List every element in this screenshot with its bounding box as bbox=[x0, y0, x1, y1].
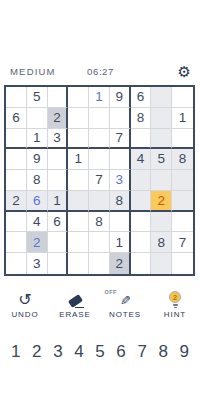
undo-icon: ↺ bbox=[18, 291, 31, 308]
top-bar: MEDIUM 06:27 ⚙ bbox=[10, 62, 191, 80]
cell-r3c9[interactable] bbox=[172, 129, 193, 150]
cell-r5c7[interactable] bbox=[131, 170, 152, 191]
notes-button[interactable]: OFF ✎ NOTES bbox=[100, 291, 150, 319]
cell-r6c2[interactable]: 6 bbox=[27, 191, 48, 212]
sudoku-app: MEDIUM 06:27 ⚙ 5196628113791458873261824… bbox=[0, 0, 200, 411]
cell-r4c1[interactable] bbox=[6, 149, 27, 170]
erase-label: ERASE bbox=[59, 310, 91, 319]
cell-r3c3[interactable]: 3 bbox=[48, 129, 69, 150]
cell-r4c7[interactable]: 4 bbox=[131, 149, 152, 170]
cell-r9c7[interactable] bbox=[131, 253, 152, 274]
cell-r8c3[interactable] bbox=[48, 232, 69, 253]
cell-r7c9[interactable] bbox=[172, 212, 193, 233]
cell-r5c6[interactable]: 3 bbox=[110, 170, 131, 191]
numpad-6[interactable]: 6 bbox=[116, 341, 125, 363]
cell-r6c8[interactable]: 2 bbox=[151, 191, 172, 212]
cell-r3c7[interactable] bbox=[131, 129, 152, 150]
cell-r8c7[interactable] bbox=[131, 232, 152, 253]
cell-r5c2[interactable]: 8 bbox=[27, 170, 48, 191]
cell-r6c7[interactable] bbox=[131, 191, 152, 212]
cell-r1c2[interactable]: 5 bbox=[27, 87, 48, 108]
cell-r5c1[interactable] bbox=[6, 170, 27, 191]
cell-r2c9[interactable]: 1 bbox=[172, 108, 193, 129]
cell-r2c7[interactable]: 8 bbox=[131, 108, 152, 129]
cell-r4c6[interactable] bbox=[110, 149, 131, 170]
eraser-icon bbox=[69, 291, 82, 308]
undo-label: UNDO bbox=[11, 310, 38, 319]
cell-r3c5[interactable] bbox=[89, 129, 110, 150]
cell-r3c6[interactable]: 7 bbox=[110, 129, 131, 150]
undo-button[interactable]: ↺ UNDO bbox=[0, 291, 50, 319]
cell-r3c8[interactable] bbox=[151, 129, 172, 150]
cell-r4c3[interactable] bbox=[48, 149, 69, 170]
notes-label: NOTES bbox=[109, 310, 141, 319]
cell-r8c5[interactable] bbox=[89, 232, 110, 253]
cell-r2c3[interactable]: 2 bbox=[48, 108, 69, 129]
erase-button[interactable]: ERASE bbox=[50, 291, 100, 319]
cell-r5c3[interactable] bbox=[48, 170, 69, 191]
cell-r1c3[interactable] bbox=[48, 87, 69, 108]
cell-r6c4[interactable] bbox=[68, 191, 89, 212]
game-timer: 06:27 bbox=[87, 66, 114, 77]
cell-r7c6[interactable] bbox=[110, 212, 131, 233]
cell-r2c5[interactable] bbox=[89, 108, 110, 129]
cell-r9c2[interactable]: 3 bbox=[27, 253, 48, 274]
number-pad: 123456789 bbox=[0, 341, 200, 363]
cell-r3c1[interactable] bbox=[6, 129, 27, 150]
cell-r7c4[interactable] bbox=[68, 212, 89, 233]
cell-r1c5[interactable]: 1 bbox=[89, 87, 110, 108]
cell-r1c9[interactable] bbox=[172, 87, 193, 108]
cell-r9c6[interactable]: 2 bbox=[110, 253, 131, 274]
cell-r8c4[interactable] bbox=[68, 232, 89, 253]
cell-r8c9[interactable]: 7 bbox=[172, 232, 193, 253]
cell-r4c4[interactable]: 1 bbox=[68, 149, 89, 170]
numpad-1[interactable]: 1 bbox=[11, 341, 20, 363]
cell-r5c8[interactable] bbox=[151, 170, 172, 191]
cell-r5c5[interactable]: 7 bbox=[89, 170, 110, 191]
cell-r4c2[interactable]: 9 bbox=[27, 149, 48, 170]
cell-r2c1[interactable]: 6 bbox=[6, 108, 27, 129]
cell-r4c5[interactable] bbox=[89, 149, 110, 170]
cell-r6c6[interactable]: 8 bbox=[110, 191, 131, 212]
cell-r9c8[interactable] bbox=[151, 253, 172, 274]
cell-r7c7[interactable] bbox=[131, 212, 152, 233]
numpad-7[interactable]: 7 bbox=[137, 341, 146, 363]
cell-r6c5[interactable] bbox=[89, 191, 110, 212]
cell-r5c4[interactable] bbox=[68, 170, 89, 191]
cell-r2c8[interactable] bbox=[151, 108, 172, 129]
numpad-8[interactable]: 8 bbox=[158, 341, 167, 363]
numpad-5[interactable]: 5 bbox=[95, 341, 104, 363]
cell-r1c8[interactable] bbox=[151, 87, 172, 108]
cell-r2c4[interactable] bbox=[68, 108, 89, 129]
cell-r1c1[interactable] bbox=[6, 87, 27, 108]
sudoku-board: 519662811379145887326182468218732 bbox=[4, 85, 195, 276]
cell-r9c5[interactable] bbox=[89, 253, 110, 274]
numpad-2[interactable]: 2 bbox=[32, 341, 41, 363]
hint-count-badge: 2 bbox=[169, 291, 181, 303]
toolbar: ↺ UNDO ERASE OFF ✎ NOTES 2 HINT bbox=[0, 291, 200, 319]
cell-r3c2[interactable]: 1 bbox=[27, 129, 48, 150]
cell-r8c8[interactable]: 8 bbox=[151, 232, 172, 253]
cell-r9c3[interactable] bbox=[48, 253, 69, 274]
cell-r7c3[interactable]: 6 bbox=[48, 212, 69, 233]
cell-r6c1[interactable]: 2 bbox=[6, 191, 27, 212]
cell-r7c8[interactable] bbox=[151, 212, 172, 233]
cell-r3c4[interactable] bbox=[68, 129, 89, 150]
cell-r8c1[interactable] bbox=[6, 232, 27, 253]
cell-r8c6[interactable]: 1 bbox=[110, 232, 131, 253]
hint-button[interactable]: 2 HINT bbox=[150, 291, 200, 319]
cell-r5c9[interactable] bbox=[172, 170, 193, 191]
pencil-icon: ✎ bbox=[120, 293, 131, 308]
cell-r9c4[interactable] bbox=[68, 253, 89, 274]
cell-r2c2[interactable] bbox=[27, 108, 48, 129]
cell-r9c9[interactable] bbox=[172, 253, 193, 274]
cell-r2c6[interactable] bbox=[110, 108, 131, 129]
numpad-9[interactable]: 9 bbox=[180, 341, 189, 363]
cell-r7c1[interactable] bbox=[6, 212, 27, 233]
cell-r7c5[interactable]: 8 bbox=[89, 212, 110, 233]
cell-r1c4[interactable] bbox=[68, 87, 89, 108]
gear-icon[interactable]: ⚙ bbox=[178, 64, 191, 79]
cell-r1c6[interactable]: 9 bbox=[110, 87, 131, 108]
difficulty-label: MEDIUM bbox=[10, 66, 56, 77]
cell-r1c7[interactable]: 6 bbox=[131, 87, 152, 108]
cell-r4c9[interactable]: 8 bbox=[172, 149, 193, 170]
cell-r4c8[interactable]: 5 bbox=[151, 149, 172, 170]
cell-r6c9[interactable] bbox=[172, 191, 193, 212]
cell-r7c2[interactable]: 4 bbox=[27, 212, 48, 233]
cell-r8c2[interactable]: 2 bbox=[27, 232, 48, 253]
numpad-3[interactable]: 3 bbox=[53, 341, 62, 363]
cell-r6c3[interactable]: 1 bbox=[48, 191, 69, 212]
hint-label: HINT bbox=[164, 310, 186, 319]
cell-r9c1[interactable] bbox=[6, 253, 27, 274]
lightbulb-icon: 2 bbox=[169, 291, 181, 308]
notes-off-badge: OFF bbox=[105, 289, 117, 295]
numpad-4[interactable]: 4 bbox=[74, 341, 83, 363]
